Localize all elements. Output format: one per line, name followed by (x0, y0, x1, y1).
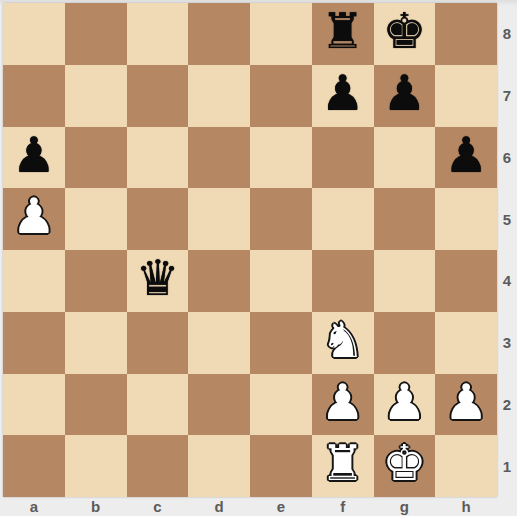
square-a8[interactable] (3, 3, 65, 65)
square-h1[interactable] (435, 435, 497, 497)
chessboard-screenshot: ♜♚♟♟♟♟♟♛♞♟♟♟♜♚ 87654321 abcdefgh (0, 0, 517, 516)
square-h3[interactable] (435, 312, 497, 374)
square-g6[interactable] (374, 127, 436, 189)
white-pawn-piece[interactable]: ♟ (12, 186, 56, 248)
square-b4[interactable] (65, 250, 127, 312)
square-f8[interactable]: ♜ (312, 3, 374, 65)
black-pawn-piece[interactable]: ♟ (444, 125, 488, 187)
square-f2[interactable]: ♟ (312, 374, 374, 436)
file-label: e (250, 497, 312, 516)
square-h8[interactable] (435, 3, 497, 65)
square-d6[interactable] (188, 127, 250, 189)
rank-label: 1 (497, 435, 517, 497)
square-d7[interactable] (188, 65, 250, 127)
rank-label: 2 (497, 374, 517, 436)
file-coordinates: abcdefgh (3, 497, 497, 516)
square-f4[interactable] (312, 250, 374, 312)
square-e8[interactable] (250, 3, 312, 65)
square-a3[interactable] (3, 312, 65, 374)
rank-label: 5 (497, 188, 517, 250)
square-e5[interactable] (250, 188, 312, 250)
square-a6[interactable]: ♟ (3, 127, 65, 189)
square-e1[interactable] (250, 435, 312, 497)
square-d8[interactable] (188, 3, 250, 65)
black-pawn-piece[interactable]: ♟ (12, 125, 56, 187)
file-label: a (3, 497, 65, 516)
square-e2[interactable] (250, 374, 312, 436)
square-f6[interactable] (312, 127, 374, 189)
square-e4[interactable] (250, 250, 312, 312)
file-label: h (435, 497, 497, 516)
square-c5[interactable] (127, 188, 189, 250)
rank-label: 4 (497, 250, 517, 312)
square-c1[interactable] (127, 435, 189, 497)
black-pawn-piece[interactable]: ♟ (321, 63, 365, 125)
square-h4[interactable] (435, 250, 497, 312)
square-e7[interactable] (250, 65, 312, 127)
square-b5[interactable] (65, 188, 127, 250)
square-b6[interactable] (65, 127, 127, 189)
file-label: c (127, 497, 189, 516)
black-queen-piece[interactable]: ♛ (135, 248, 179, 310)
square-a1[interactable] (3, 435, 65, 497)
square-f3[interactable]: ♞ (312, 312, 374, 374)
square-c4[interactable]: ♛ (127, 250, 189, 312)
square-f1[interactable]: ♜ (312, 435, 374, 497)
square-g1[interactable]: ♚ (374, 435, 436, 497)
square-a2[interactable] (3, 374, 65, 436)
rank-label: 3 (497, 312, 517, 374)
square-e6[interactable] (250, 127, 312, 189)
black-rook-piece[interactable]: ♜ (321, 1, 365, 63)
square-a4[interactable] (3, 250, 65, 312)
square-c8[interactable] (127, 3, 189, 65)
square-e3[interactable] (250, 312, 312, 374)
square-b1[interactable] (65, 435, 127, 497)
square-c3[interactable] (127, 312, 189, 374)
square-a7[interactable] (3, 65, 65, 127)
square-d3[interactable] (188, 312, 250, 374)
white-pawn-piece[interactable]: ♟ (321, 372, 365, 434)
black-king-piece[interactable]: ♚ (382, 1, 426, 63)
file-label: g (374, 497, 436, 516)
square-g3[interactable] (374, 312, 436, 374)
white-rook-piece[interactable]: ♜ (321, 433, 365, 495)
square-g7[interactable]: ♟ (374, 65, 436, 127)
square-c7[interactable] (127, 65, 189, 127)
square-b8[interactable] (65, 3, 127, 65)
white-knight-piece[interactable]: ♞ (321, 310, 365, 372)
square-c6[interactable] (127, 127, 189, 189)
file-label: f (312, 497, 374, 516)
rank-label: 8 (497, 3, 517, 65)
square-a5[interactable]: ♟ (3, 188, 65, 250)
square-c2[interactable] (127, 374, 189, 436)
square-d4[interactable] (188, 250, 250, 312)
rank-coordinates: 87654321 (497, 3, 517, 497)
file-label: b (65, 497, 127, 516)
square-f7[interactable]: ♟ (312, 65, 374, 127)
square-g8[interactable]: ♚ (374, 3, 436, 65)
square-g4[interactable] (374, 250, 436, 312)
square-d1[interactable] (188, 435, 250, 497)
chess-board: ♜♚♟♟♟♟♟♛♞♟♟♟♜♚ (3, 3, 497, 497)
square-b7[interactable] (65, 65, 127, 127)
white-pawn-piece[interactable]: ♟ (382, 372, 426, 434)
white-king-piece[interactable]: ♚ (382, 433, 426, 495)
square-b2[interactable] (65, 374, 127, 436)
square-h2[interactable]: ♟ (435, 374, 497, 436)
square-g2[interactable]: ♟ (374, 374, 436, 436)
rank-label: 7 (497, 65, 517, 127)
black-pawn-piece[interactable]: ♟ (382, 63, 426, 125)
square-b3[interactable] (65, 312, 127, 374)
file-label: d (188, 497, 250, 516)
square-h6[interactable]: ♟ (435, 127, 497, 189)
square-h5[interactable] (435, 188, 497, 250)
rank-label: 6 (497, 127, 517, 189)
square-h7[interactable] (435, 65, 497, 127)
square-f5[interactable] (312, 188, 374, 250)
white-pawn-piece[interactable]: ♟ (444, 372, 488, 434)
square-d2[interactable] (188, 374, 250, 436)
square-d5[interactable] (188, 188, 250, 250)
square-g5[interactable] (374, 188, 436, 250)
